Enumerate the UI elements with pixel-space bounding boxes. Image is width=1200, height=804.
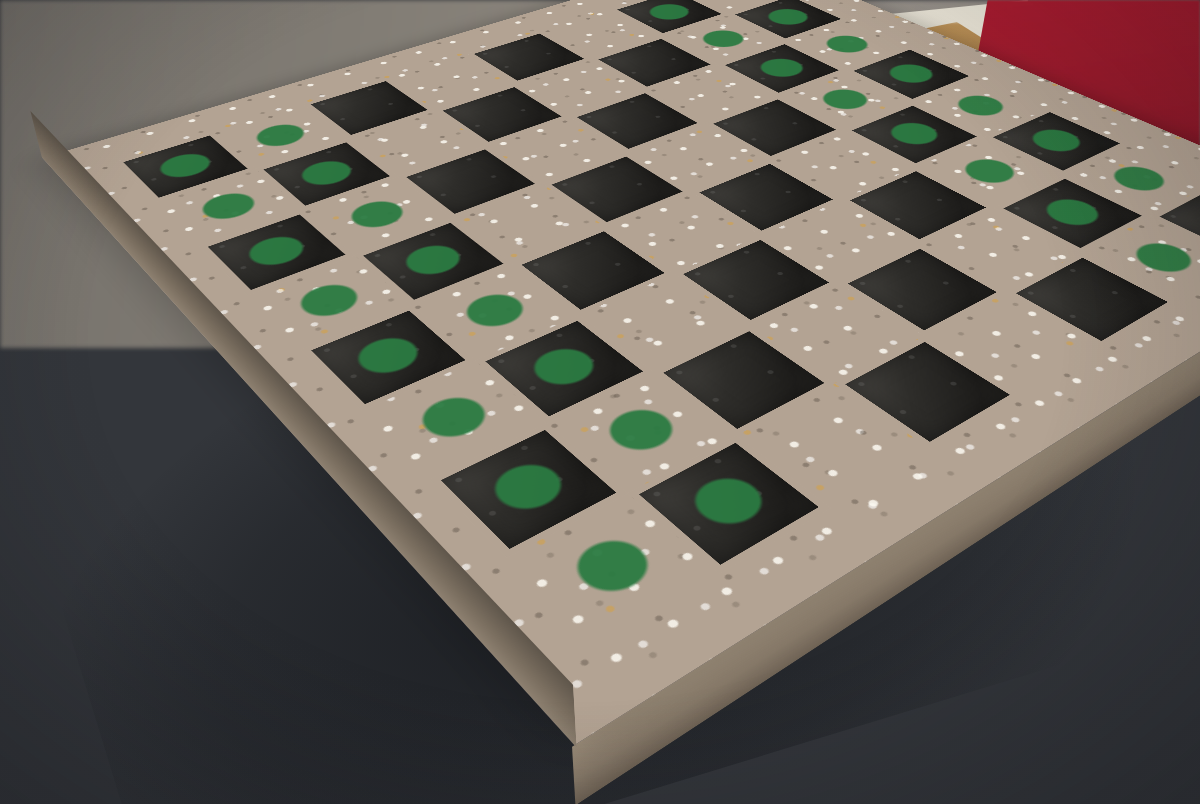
piece-glyph: ♜ xyxy=(328,273,613,565)
photo-scene: ♜♟♟♜♞♟♟♞♝♟♟♝♚♟♟♚♛♟♟♛♝♟♟♝♞♟♟♞♜♟♟♜ Photogr… xyxy=(0,0,1200,804)
piece-glyph: ♟ xyxy=(995,84,1164,257)
